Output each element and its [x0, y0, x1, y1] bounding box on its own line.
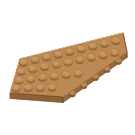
stud-highlight — [67, 48, 72, 51]
stud-highlight — [37, 85, 42, 88]
stud-highlight — [90, 43, 95, 46]
stud-highlight — [43, 54, 48, 57]
stud-highlight — [41, 64, 46, 67]
stud-highlight — [51, 73, 56, 76]
stud-highlight — [55, 51, 60, 54]
stud-highlight — [65, 59, 70, 62]
stud-highlight — [75, 70, 80, 73]
stud-highlight — [32, 57, 37, 60]
stud-highlight — [101, 40, 106, 43]
stud-highlight — [78, 46, 83, 49]
stud-highlight — [13, 85, 18, 88]
stud-highlight — [20, 59, 25, 62]
stud-highlight — [112, 49, 117, 52]
stud-highlight — [30, 66, 35, 69]
stud-highlight — [18, 68, 23, 71]
stud-highlight — [16, 77, 21, 80]
lego-part-image — [0, 0, 135, 135]
lego-wedge-plate-render — [0, 0, 135, 135]
stud-highlight — [113, 38, 118, 41]
stud-highlight — [63, 72, 68, 75]
stud-highlight — [27, 76, 32, 79]
stud-highlight — [49, 84, 54, 87]
stud-highlight — [100, 52, 105, 55]
stud-highlight — [88, 54, 93, 57]
stud-highlight — [53, 61, 58, 64]
stud-highlight — [25, 85, 30, 88]
stud-highlight — [77, 57, 82, 60]
stud-highlight — [39, 74, 44, 77]
